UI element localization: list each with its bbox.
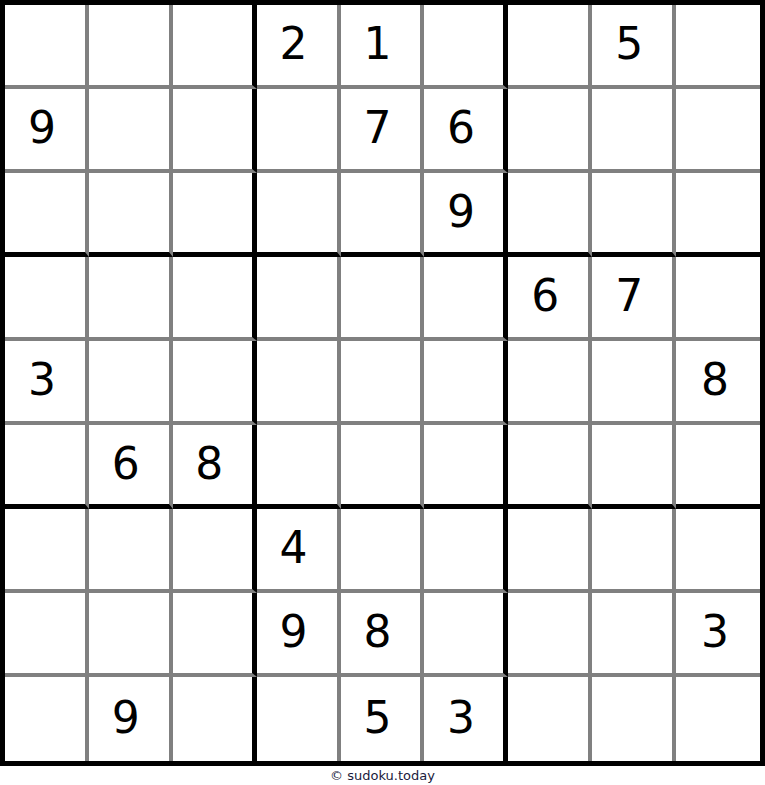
cell-r1c5[interactable]: 1 — [341, 5, 425, 89]
cell-r5c1[interactable]: 3 — [5, 341, 89, 425]
cell-r9c2[interactable]: 9 — [89, 677, 173, 761]
cell-r7c3[interactable] — [173, 509, 257, 593]
cell-r9c6[interactable]: 3 — [424, 677, 508, 761]
cell-r7c5[interactable] — [341, 509, 425, 593]
sudoku-board: 21597696738684983953 — [0, 0, 765, 766]
given-digit: 3 — [701, 610, 729, 654]
given-digit: 1 — [363, 22, 391, 66]
cell-r7c1[interactable] — [5, 509, 89, 593]
cell-r4c3[interactable] — [173, 257, 257, 341]
cell-r5c6[interactable] — [424, 341, 508, 425]
cell-r6c2[interactable]: 6 — [89, 425, 173, 509]
cell-r2c1[interactable]: 9 — [5, 89, 89, 173]
given-digit: 8 — [363, 610, 391, 654]
cell-r1c6[interactable] — [424, 5, 508, 89]
cell-r5c9[interactable]: 8 — [676, 341, 760, 425]
given-digit: 5 — [363, 696, 391, 740]
cell-r1c7[interactable] — [508, 5, 592, 89]
cell-r4c4[interactable] — [257, 257, 341, 341]
cell-r5c7[interactable] — [508, 341, 592, 425]
cell-r3c5[interactable] — [341, 173, 425, 257]
given-digit: 8 — [701, 358, 729, 402]
given-digit: 6 — [447, 106, 475, 150]
cell-r8c8[interactable] — [592, 593, 676, 677]
cell-r1c1[interactable] — [5, 5, 89, 89]
cell-r9c1[interactable] — [5, 677, 89, 761]
given-digit: 9 — [447, 190, 475, 234]
given-digit: 6 — [531, 274, 559, 318]
given-digit: 7 — [363, 106, 391, 150]
given-digit: 8 — [195, 442, 223, 486]
cell-r2c7[interactable] — [508, 89, 592, 173]
cell-r9c3[interactable] — [173, 677, 257, 761]
cell-r1c2[interactable] — [89, 5, 173, 89]
cell-r6c3[interactable]: 8 — [173, 425, 257, 509]
cell-r1c4[interactable]: 2 — [257, 5, 341, 89]
cell-r8c5[interactable]: 8 — [341, 593, 425, 677]
cell-r3c8[interactable] — [592, 173, 676, 257]
cell-r8c9[interactable]: 3 — [676, 593, 760, 677]
cell-r2c4[interactable] — [257, 89, 341, 173]
cell-r9c8[interactable] — [592, 677, 676, 761]
cell-r8c2[interactable] — [89, 593, 173, 677]
cell-r5c8[interactable] — [592, 341, 676, 425]
cell-r3c3[interactable] — [173, 173, 257, 257]
given-digit: 2 — [280, 22, 308, 66]
cell-r7c6[interactable] — [424, 509, 508, 593]
cell-r4c7[interactable]: 6 — [508, 257, 592, 341]
cell-r8c1[interactable] — [5, 593, 89, 677]
cell-r8c4[interactable]: 9 — [257, 593, 341, 677]
cell-r7c9[interactable] — [676, 509, 760, 593]
cell-r9c7[interactable] — [508, 677, 592, 761]
cell-r5c2[interactable] — [89, 341, 173, 425]
cell-r2c2[interactable] — [89, 89, 173, 173]
cell-r7c8[interactable] — [592, 509, 676, 593]
given-digit: 9 — [28, 106, 56, 150]
cell-r5c4[interactable] — [257, 341, 341, 425]
site-credit: © sudoku.today — [0, 766, 765, 785]
given-digit: 6 — [112, 442, 140, 486]
cell-r9c9[interactable] — [676, 677, 760, 761]
given-digit: 3 — [447, 696, 475, 740]
cell-r5c5[interactable] — [341, 341, 425, 425]
cell-r6c7[interactable] — [508, 425, 592, 509]
given-digit: 4 — [280, 526, 308, 570]
cell-r6c4[interactable] — [257, 425, 341, 509]
cell-r3c7[interactable] — [508, 173, 592, 257]
cell-r4c5[interactable] — [341, 257, 425, 341]
cell-r8c6[interactable] — [424, 593, 508, 677]
cell-r7c4[interactable]: 4 — [257, 509, 341, 593]
cell-r7c7[interactable] — [508, 509, 592, 593]
cell-r6c1[interactable] — [5, 425, 89, 509]
cell-r9c4[interactable] — [257, 677, 341, 761]
cell-r3c2[interactable] — [89, 173, 173, 257]
cell-r5c3[interactable] — [173, 341, 257, 425]
cell-r6c5[interactable] — [341, 425, 425, 509]
cell-r3c1[interactable] — [5, 173, 89, 257]
cell-r2c3[interactable] — [173, 89, 257, 173]
cell-r2c5[interactable]: 7 — [341, 89, 425, 173]
given-digit: 7 — [615, 274, 643, 318]
cell-r2c9[interactable] — [676, 89, 760, 173]
cell-r4c8[interactable]: 7 — [592, 257, 676, 341]
cell-r4c6[interactable] — [424, 257, 508, 341]
given-digit: 3 — [28, 358, 56, 402]
cell-r8c7[interactable] — [508, 593, 592, 677]
cell-r6c8[interactable] — [592, 425, 676, 509]
cell-r1c8[interactable]: 5 — [592, 5, 676, 89]
cell-r2c6[interactable]: 6 — [424, 89, 508, 173]
cell-r7c2[interactable] — [89, 509, 173, 593]
cell-r2c8[interactable] — [592, 89, 676, 173]
cell-r4c1[interactable] — [5, 257, 89, 341]
given-digit: 9 — [280, 610, 308, 654]
cell-r6c6[interactable] — [424, 425, 508, 509]
cell-r3c4[interactable] — [257, 173, 341, 257]
cell-r4c9[interactable] — [676, 257, 760, 341]
cell-r8c3[interactable] — [173, 593, 257, 677]
cell-r6c9[interactable] — [676, 425, 760, 509]
given-digit: 9 — [112, 696, 140, 740]
given-digit: 5 — [615, 22, 643, 66]
cell-r4c2[interactable] — [89, 257, 173, 341]
cell-r1c9[interactable] — [676, 5, 760, 89]
cell-r1c3[interactable] — [173, 5, 257, 89]
cell-r3c9[interactable] — [676, 173, 760, 257]
cell-r9c5[interactable]: 5 — [341, 677, 425, 761]
cell-r3c6[interactable]: 9 — [424, 173, 508, 257]
